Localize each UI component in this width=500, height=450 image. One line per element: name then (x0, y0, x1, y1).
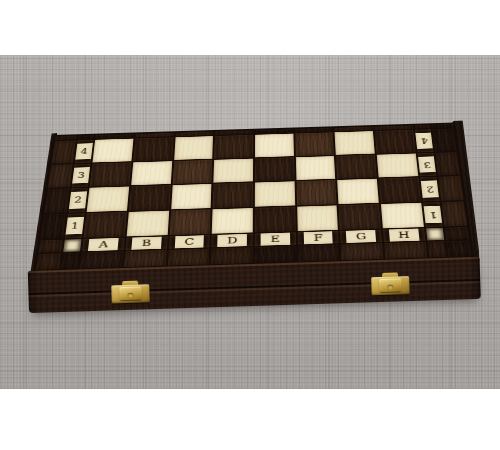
square-c2 (171, 184, 212, 209)
square-a1 (84, 212, 127, 238)
rank-label-right-2: 2 (420, 177, 439, 201)
square-d2 (213, 183, 253, 208)
square-a4 (93, 139, 134, 163)
frame-corner-cell (63, 239, 82, 251)
box-lid: 44332211ABCDEFGH (26, 33, 475, 272)
square-f4 (295, 132, 334, 156)
square-b2 (129, 185, 170, 210)
square-e2 (255, 181, 295, 206)
file-label-text: B (141, 239, 151, 248)
square-a2 (87, 187, 129, 212)
square-f2 (296, 180, 337, 205)
page-background: 44332211ABCDEFGH (0, 0, 500, 450)
frame-bottom-edge-cell (36, 253, 61, 270)
file-label-c: C (169, 235, 210, 248)
board-grid: 44332211ABCDEFGH (33, 122, 475, 272)
file-label-h: H (383, 229, 425, 242)
rank-label-text: 2 (74, 196, 82, 204)
square-d3 (214, 158, 253, 182)
file-label-f: F (297, 231, 338, 244)
frame-top-edge-cell (78, 135, 94, 139)
square-c3 (172, 160, 212, 184)
square-h4 (375, 130, 416, 153)
frame-right-cell (445, 227, 469, 239)
square-f1 (297, 205, 338, 231)
frame-bottom-edge-cell (61, 252, 80, 269)
frame-bottom-edge-cell (124, 250, 167, 267)
square-b4 (133, 138, 173, 162)
file-label-g: G (340, 230, 382, 243)
frame-left-cell (41, 214, 67, 240)
frame-bottom-edge-cell (168, 248, 210, 265)
square-f3 (296, 156, 336, 180)
square-e1 (255, 207, 296, 233)
frame-top-edge-cell (432, 124, 453, 128)
latch-right (371, 272, 410, 296)
file-label-d: D (212, 234, 253, 247)
frame-bottom-edge-cell (298, 244, 340, 261)
file-label-text: C (184, 237, 194, 246)
frame-top-edge-cell (414, 125, 430, 129)
square-c4 (174, 136, 213, 160)
frame-top-edge-cell (55, 136, 76, 140)
square-h1 (381, 203, 424, 229)
square-a3 (90, 162, 131, 186)
square-g4 (335, 131, 375, 154)
frame-left-cell (48, 164, 73, 188)
frame-bottom-edge-cell (255, 246, 297, 263)
rank-label-left-3: 3 (72, 164, 91, 188)
rank-label-left-1: 1 (65, 213, 85, 238)
file-label-text: G (356, 232, 367, 241)
frame-left-cell (44, 189, 69, 214)
file-label-text: H (398, 231, 410, 240)
frame-left-cell (39, 240, 63, 252)
rank-label-left-2: 2 (68, 188, 88, 213)
square-c1 (169, 209, 211, 235)
frame-bottom-edge-cell (341, 243, 383, 260)
rank-label-text: 3 (423, 161, 431, 168)
frame-bottom-edge-cell (384, 242, 427, 259)
latch-left (111, 280, 150, 304)
square-g1 (339, 204, 381, 230)
square-g2 (337, 179, 378, 204)
chess-box: 44332211ABCDEFGH (23, 100, 481, 324)
square-e4 (255, 134, 294, 158)
square-d4 (214, 135, 253, 159)
rank-label-text: 4 (80, 148, 88, 155)
square-e3 (255, 157, 294, 181)
square-d1 (212, 208, 253, 234)
rank-label-text: 3 (77, 172, 85, 179)
rank-label-right-1: 1 (423, 202, 443, 227)
rank-label-text: 4 (420, 137, 428, 144)
rank-label-text: 1 (71, 222, 79, 230)
frame-right-cell (442, 201, 467, 226)
file-label-text: D (227, 236, 237, 245)
rank-label-right-3: 3 (417, 153, 436, 177)
frame-bottom-edge-cell (446, 240, 471, 257)
square-h2 (379, 178, 421, 203)
frame-bottom-edge-cell (427, 241, 446, 258)
frame-corner-cell (426, 228, 445, 240)
square-h3 (377, 153, 418, 177)
frame-right-cell (438, 176, 463, 200)
frame-right-cell (432, 129, 456, 152)
frame-left-cell (52, 141, 76, 164)
file-label-text: F (314, 233, 323, 242)
file-label-a: A (82, 238, 124, 251)
rank-label-text: 1 (428, 211, 436, 219)
rank-label-left-4: 4 (75, 140, 94, 163)
file-label-text: A (99, 240, 109, 249)
frame-right-cell (435, 152, 460, 176)
square-b3 (131, 161, 172, 185)
frame-bottom-edge-cell (80, 251, 123, 268)
file-label-b: B (125, 237, 167, 250)
file-label-text: E (270, 235, 279, 244)
square-g3 (336, 155, 377, 179)
file-label-e: E (255, 233, 296, 246)
frame-bottom-edge-cell (211, 247, 253, 264)
rank-label-right-4: 4 (415, 129, 434, 152)
rank-label-text: 2 (426, 185, 434, 192)
square-b1 (127, 211, 169, 237)
